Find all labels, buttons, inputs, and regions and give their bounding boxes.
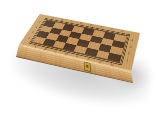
chess-box-photo: ABCDEFGH ABCDEFGH 4321 4321	[0, 0, 160, 120]
coord-label: 1	[123, 56, 132, 65]
brass-clasp-icon	[84, 62, 91, 72]
